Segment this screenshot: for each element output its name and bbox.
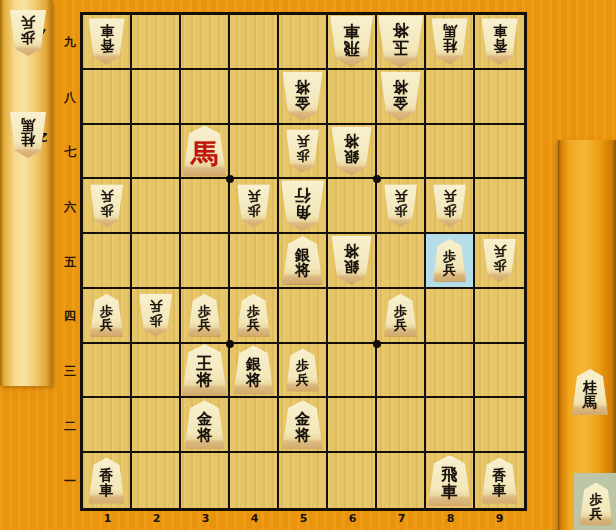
square-9三[interactable] — [475, 344, 524, 399]
square-9五[interactable]: 歩兵 — [475, 234, 524, 289]
piece-歩兵[interactable]: 歩兵 — [580, 483, 613, 526]
piece-金将[interactable]: 金将 — [283, 72, 323, 121]
rank-label-六: 六 — [62, 199, 78, 216]
piece-香車[interactable]: 香車 — [482, 18, 518, 64]
square-1二[interactable] — [83, 398, 132, 453]
square-9七[interactable] — [475, 125, 524, 180]
square-6三[interactable] — [328, 344, 377, 399]
square-4二[interactable] — [230, 398, 279, 453]
square-1八[interactable] — [83, 70, 132, 125]
piece-歩兵[interactable]: 歩兵 — [286, 129, 319, 172]
piece-香車[interactable]: 香車 — [482, 458, 518, 504]
square-5七[interactable]: 歩兵 — [279, 125, 328, 180]
star-point — [226, 340, 234, 348]
square-5三[interactable]: 歩兵 — [279, 344, 328, 399]
file-label-7: 7 — [392, 512, 412, 525]
piece-歩兵[interactable]: 歩兵 — [139, 294, 172, 337]
square-4八[interactable] — [230, 70, 279, 125]
piece-桂馬[interactable]: 桂馬 — [432, 18, 468, 64]
square-2七[interactable] — [132, 125, 181, 180]
square-1七[interactable] — [83, 125, 132, 180]
square-5四[interactable] — [279, 289, 328, 344]
piece-歩兵[interactable]: 歩兵 — [90, 184, 123, 227]
square-7六[interactable]: 歩兵 — [377, 179, 426, 234]
square-2二[interactable] — [132, 398, 181, 453]
file-label-8: 8 — [441, 512, 461, 525]
board-grid: 香車飛車玉将桂馬香車金将金将馬歩兵銀将歩兵歩兵角行歩兵歩兵銀将銀将歩兵歩兵歩兵歩… — [83, 15, 524, 508]
piece-歩兵[interactable]: 歩兵 — [90, 294, 123, 337]
square-5一[interactable] — [279, 453, 328, 508]
square-1四[interactable]: 歩兵 — [83, 289, 132, 344]
square-2九[interactable] — [132, 15, 181, 70]
square-4一[interactable] — [230, 453, 279, 508]
square-9四[interactable] — [475, 289, 524, 344]
piece-角行[interactable]: 角行 — [281, 180, 324, 231]
square-9八[interactable] — [475, 70, 524, 125]
square-7三[interactable] — [377, 344, 426, 399]
square-2三[interactable] — [132, 344, 181, 399]
square-1六[interactable]: 歩兵 — [83, 179, 132, 234]
square-6八[interactable] — [328, 70, 377, 125]
piece-馬[interactable]: 馬 — [183, 125, 226, 176]
square-1一[interactable]: 香車 — [83, 453, 132, 508]
square-9二[interactable] — [475, 398, 524, 453]
square-3九[interactable] — [181, 15, 230, 70]
square-2一[interactable] — [132, 453, 181, 508]
square-1九[interactable]: 香車 — [83, 15, 132, 70]
square-6七[interactable]: 銀将 — [328, 125, 377, 180]
square-8三[interactable] — [426, 344, 475, 399]
piece-金将[interactable]: 金将 — [185, 400, 225, 449]
square-2六[interactable] — [132, 179, 181, 234]
square-5九[interactable] — [279, 15, 328, 70]
square-2四[interactable]: 歩兵 — [132, 289, 181, 344]
square-8二[interactable] — [426, 398, 475, 453]
square-9一[interactable]: 香車 — [475, 453, 524, 508]
file-label-2: 2 — [147, 512, 167, 525]
piece-玉将[interactable]: 玉将 — [378, 15, 423, 67]
piece-香車[interactable]: 香車 — [89, 458, 125, 504]
piece-歩兵[interactable]: 歩兵 — [237, 184, 270, 227]
square-8八[interactable] — [426, 70, 475, 125]
piece-歩兵[interactable]: 歩兵 — [286, 348, 319, 391]
piece-銀将[interactable]: 銀将 — [332, 236, 372, 285]
file-label-4: 4 — [245, 512, 265, 525]
square-4五[interactable] — [230, 234, 279, 289]
square-3八[interactable] — [181, 70, 230, 125]
square-6六[interactable] — [328, 179, 377, 234]
shogi-board: 香車飛車玉将桂馬香車金将金将馬歩兵銀将歩兵歩兵角行歩兵歩兵銀将銀将歩兵歩兵歩兵歩… — [80, 12, 527, 511]
shogi-app: 歩兵 4 桂馬 2 九八七六五四三二一 香車飛車玉将桂馬香車金将金将馬歩兵銀将歩… — [0, 0, 616, 530]
square-3二[interactable]: 金将 — [181, 398, 230, 453]
piece-王将[interactable]: 王将 — [182, 344, 227, 396]
square-3四[interactable]: 歩兵 — [181, 289, 230, 344]
square-8九[interactable]: 桂馬 — [426, 15, 475, 70]
file-label-3: 3 — [196, 512, 216, 525]
piece-飛車[interactable]: 飛車 — [330, 16, 373, 67]
square-2五[interactable] — [132, 234, 181, 289]
square-6五[interactable]: 銀将 — [328, 234, 377, 289]
rank-label-七: 七 — [62, 144, 78, 161]
rank-label-三: 三 — [62, 363, 78, 380]
square-8五[interactable]: 歩兵 — [426, 234, 475, 289]
captured-tray-top-player: 歩兵 4 桂馬 2 — [0, 0, 52, 386]
square-1五[interactable] — [83, 234, 132, 289]
square-4三[interactable]: 銀将 — [230, 344, 279, 399]
hand-slot[interactable]: 桂馬 — [568, 365, 612, 419]
square-8六[interactable]: 歩兵 — [426, 179, 475, 234]
piece-銀将[interactable]: 銀将 — [283, 236, 323, 285]
square-7九[interactable]: 玉将 — [377, 15, 426, 70]
piece-銀将[interactable]: 銀将 — [332, 126, 372, 175]
piece-銀将[interactable]: 銀将 — [234, 345, 274, 394]
rank-label-五: 五 — [62, 254, 78, 271]
piece-歩兵[interactable]: 歩兵 — [433, 184, 466, 227]
square-1三[interactable] — [83, 344, 132, 399]
piece-金将[interactable]: 金将 — [283, 400, 323, 449]
square-4四[interactable]: 歩兵 — [230, 289, 279, 344]
file-label-1: 1 — [98, 512, 118, 525]
hand-slot[interactable]: 歩兵 — [574, 477, 616, 530]
square-5八[interactable]: 金将 — [279, 70, 328, 125]
piece-歩兵[interactable]: 歩兵 — [483, 239, 516, 282]
captured-tray-bottom-player: 桂馬 — [558, 140, 616, 530]
piece-歩兵[interactable]: 歩兵 — [188, 294, 221, 337]
piece-歩兵[interactable]: 歩兵 — [384, 294, 417, 337]
square-5六[interactable]: 角行 — [279, 179, 328, 234]
square-7八[interactable]: 金将 — [377, 70, 426, 125]
piece-金将[interactable]: 金将 — [381, 72, 421, 121]
piece-歩兵[interactable]: 歩兵 — [384, 184, 417, 227]
square-6二[interactable] — [328, 398, 377, 453]
star-point — [226, 175, 234, 183]
square-7二[interactable] — [377, 398, 426, 453]
square-2八[interactable] — [132, 70, 181, 125]
file-label-6: 6 — [343, 512, 363, 525]
square-8四[interactable] — [426, 289, 475, 344]
square-3七[interactable]: 馬 — [181, 125, 230, 180]
file-label-9: 9 — [490, 512, 510, 525]
rank-label-一: 一 — [62, 473, 78, 490]
square-8七[interactable] — [426, 125, 475, 180]
square-7七[interactable] — [377, 125, 426, 180]
rank-label-四: 四 — [62, 308, 78, 325]
square-3五[interactable] — [181, 234, 230, 289]
square-3三[interactable]: 王将 — [181, 344, 230, 399]
square-3一[interactable] — [181, 453, 230, 508]
square-4七[interactable] — [230, 125, 279, 180]
star-point — [373, 175, 381, 183]
piece-飛車[interactable]: 飛車 — [428, 455, 471, 506]
square-9九[interactable]: 香車 — [475, 15, 524, 70]
piece-歩兵[interactable]: 歩兵 — [237, 294, 270, 337]
rank-label-九: 九 — [62, 34, 78, 51]
rank-label-二: 二 — [62, 418, 78, 435]
piece-桂馬[interactable]: 桂馬 — [572, 369, 608, 415]
square-6九[interactable]: 飛車 — [328, 15, 377, 70]
square-8一[interactable]: 飛車 — [426, 453, 475, 508]
square-5五[interactable]: 銀将 — [279, 234, 328, 289]
square-4六[interactable]: 歩兵 — [230, 179, 279, 234]
rank-label-八: 八 — [62, 89, 78, 106]
square-7五[interactable] — [377, 234, 426, 289]
square-6一[interactable] — [328, 453, 377, 508]
square-3六[interactable] — [181, 179, 230, 234]
square-5二[interactable]: 金将 — [279, 398, 328, 453]
square-9六[interactable] — [475, 179, 524, 234]
piece-歩兵[interactable]: 歩兵 — [10, 10, 46, 56]
file-label-5: 5 — [294, 512, 314, 525]
square-7一[interactable] — [377, 453, 426, 508]
piece-香車[interactable]: 香車 — [89, 18, 125, 64]
square-7四[interactable]: 歩兵 — [377, 289, 426, 344]
piece-桂馬[interactable]: 桂馬 — [10, 112, 46, 158]
captured-pawn-panel: 歩兵 — [574, 473, 616, 530]
square-4九[interactable] — [230, 15, 279, 70]
square-6四[interactable] — [328, 289, 377, 344]
piece-歩兵[interactable]: 歩兵 — [433, 239, 466, 282]
star-point — [373, 340, 381, 348]
